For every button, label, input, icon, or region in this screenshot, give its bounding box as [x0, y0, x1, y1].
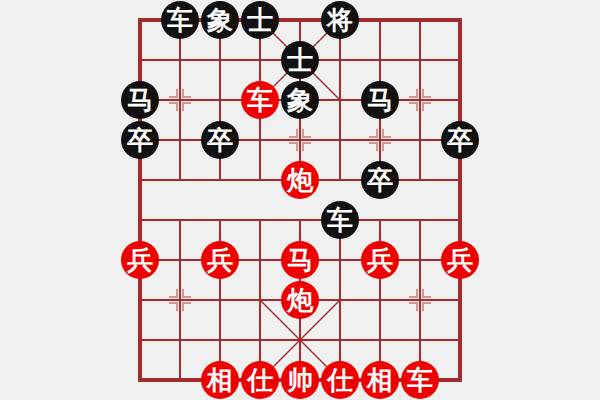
- point-marker: [408, 88, 432, 112]
- point-marker: [168, 88, 192, 112]
- red-soldier[interactable]: 兵: [441, 241, 479, 279]
- red-advisor[interactable]: 仕: [321, 361, 359, 399]
- red-elephant[interactable]: 相: [201, 361, 239, 399]
- point-marker: [168, 288, 192, 312]
- piece-layer: 车象士将士马车象马卒卒卒炮卒车兵兵马兵兵炮相仕帅仕相车: [120, 0, 480, 400]
- point-marker: [288, 128, 312, 152]
- point-marker: [368, 128, 392, 152]
- black-elephant[interactable]: 象: [201, 1, 239, 39]
- xiangqi-board: 车象士将士马车象马卒卒卒炮卒车兵兵马兵兵炮相仕帅仕相车: [0, 0, 600, 400]
- red-chariot[interactable]: 车: [401, 361, 439, 399]
- red-soldier[interactable]: 兵: [121, 241, 159, 279]
- red-general[interactable]: 帅: [281, 361, 319, 399]
- point-marker: [408, 288, 432, 312]
- red-chariot[interactable]: 车: [241, 81, 279, 119]
- red-advisor[interactable]: 仕: [241, 361, 279, 399]
- black-chariot[interactable]: 车: [161, 1, 199, 39]
- black-soldier[interactable]: 卒: [361, 161, 399, 199]
- black-soldier[interactable]: 卒: [121, 121, 159, 159]
- red-elephant[interactable]: 相: [361, 361, 399, 399]
- red-cannon[interactable]: 炮: [281, 281, 319, 319]
- black-general[interactable]: 将: [321, 1, 359, 39]
- black-advisor[interactable]: 士: [241, 1, 279, 39]
- black-elephant[interactable]: 象: [281, 81, 319, 119]
- red-cannon[interactable]: 炮: [281, 161, 319, 199]
- red-soldier[interactable]: 兵: [361, 241, 399, 279]
- black-soldier[interactable]: 卒: [201, 121, 239, 159]
- black-advisor[interactable]: 士: [281, 41, 319, 79]
- black-horse[interactable]: 马: [121, 81, 159, 119]
- black-horse[interactable]: 马: [361, 81, 399, 119]
- red-horse[interactable]: 马: [281, 241, 319, 279]
- black-soldier[interactable]: 卒: [441, 121, 479, 159]
- red-soldier[interactable]: 兵: [201, 241, 239, 279]
- black-chariot[interactable]: 车: [321, 201, 359, 239]
